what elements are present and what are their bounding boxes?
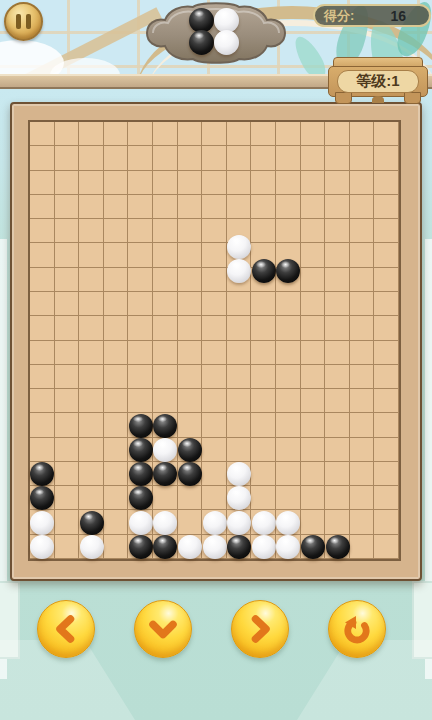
stone-white xyxy=(80,535,104,559)
chevron-left-icon xyxy=(51,614,81,644)
score-value: 16 xyxy=(390,8,406,24)
stone-white xyxy=(227,486,251,510)
stone-black xyxy=(129,414,153,438)
stone-black xyxy=(301,535,325,559)
level-badge-ornament xyxy=(372,96,384,103)
stone-black xyxy=(30,462,54,486)
stone-white xyxy=(178,535,202,559)
stone-white xyxy=(203,535,227,559)
move-right-button[interactable] xyxy=(231,600,289,658)
stone-white xyxy=(153,438,177,462)
stone-black xyxy=(178,438,202,462)
pause-icon xyxy=(26,14,31,29)
stone-white xyxy=(203,511,227,535)
next-piece-tray xyxy=(141,0,291,66)
stone-black xyxy=(227,535,251,559)
stone-black xyxy=(153,462,177,486)
board-grid xyxy=(30,122,399,559)
game-board xyxy=(10,102,422,581)
falling-stone-white xyxy=(227,259,251,283)
score-panel: 得分: 16 xyxy=(313,4,431,27)
falling-stone-white xyxy=(227,235,251,259)
stone-white xyxy=(227,511,251,535)
stone-black xyxy=(178,462,202,486)
control-bar xyxy=(37,600,386,658)
level-badge-leg xyxy=(404,92,421,104)
rotate-button[interactable] xyxy=(328,600,386,658)
stone-white xyxy=(214,30,239,55)
stone-black xyxy=(153,535,177,559)
stone-black xyxy=(189,30,214,55)
stone-black xyxy=(30,486,54,510)
level-badge-leg xyxy=(335,92,352,104)
falling-stone-black xyxy=(276,259,300,283)
move-left-button[interactable] xyxy=(37,600,95,658)
score-label: 得分: xyxy=(324,7,354,25)
chevron-right-icon xyxy=(245,614,275,644)
stone-white xyxy=(153,511,177,535)
stone-white xyxy=(30,511,54,535)
pause-button[interactable] xyxy=(4,2,43,41)
level-label: 等级:1 xyxy=(337,70,419,93)
stone-black xyxy=(129,438,153,462)
stone-black xyxy=(129,486,153,510)
stone-black xyxy=(80,511,104,535)
stone-black xyxy=(153,414,177,438)
stone-white xyxy=(276,511,300,535)
stone-black xyxy=(129,462,153,486)
stone-white xyxy=(30,535,54,559)
level-badge: 等级:1 xyxy=(328,57,428,104)
stone-black xyxy=(129,535,153,559)
rotate-ccw-icon xyxy=(342,614,372,644)
stone-white xyxy=(129,511,153,535)
tray-dish-shape xyxy=(141,0,291,66)
chevron-down-icon xyxy=(148,614,178,644)
move-down-button[interactable] xyxy=(134,600,192,658)
stone-white xyxy=(227,462,251,486)
stone-white xyxy=(252,535,276,559)
stone-black xyxy=(326,535,350,559)
falling-stone-black xyxy=(252,259,276,283)
game-screen: 得分: 16 等级:1 xyxy=(0,0,432,720)
stone-white xyxy=(276,535,300,559)
pause-icon xyxy=(16,14,21,29)
stone-white xyxy=(252,511,276,535)
